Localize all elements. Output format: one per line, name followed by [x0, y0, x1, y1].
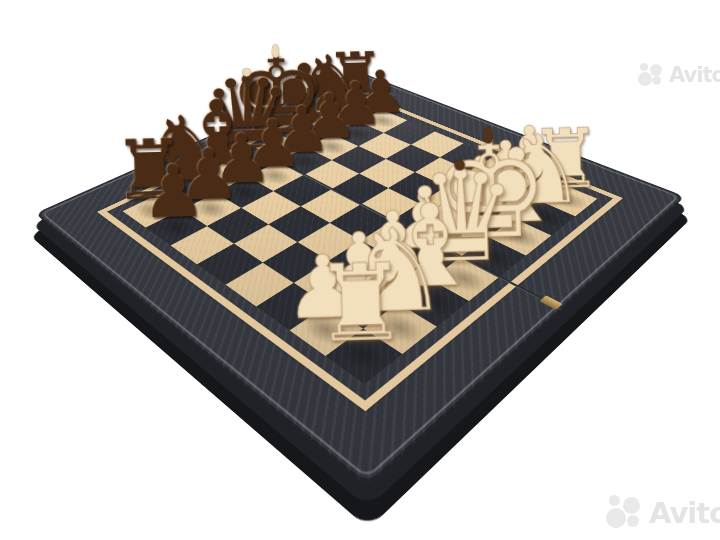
- queen-finial: [242, 68, 251, 77]
- avito-logo-icon: [638, 62, 664, 88]
- piece-billboard: ♟: [100, 154, 247, 230]
- watermark-bottom-right: Avito: [606, 494, 720, 532]
- watermark-top-right: Avito: [638, 62, 720, 88]
- avito-wordmark: Avito: [669, 63, 720, 87]
- piece-billboard: ♜: [269, 248, 453, 359]
- piece-glyph: ♟: [140, 155, 207, 229]
- pieces-layer: ♜♟♟♜♞♟♟♞♝♟♟♝♚♟♟♚♛♟♟♛♝♟♟♝♞♟♟♞♜♟♟♜: [122, 100, 597, 385]
- king-finial: [484, 126, 494, 143]
- board-scene: ♜♟♟♜♞♟♟♞♝♟♟♝♚♟♟♚♛♟♟♛♝♟♟♝♞♟♟♞♜♟♟♜: [124, 0, 596, 441]
- queen-finial: [454, 160, 465, 171]
- avito-logo-icon: [606, 494, 644, 532]
- chess-board: ♜♟♟♜♞♟♟♞♝♟♟♝♚♟♟♚♛♟♟♛♝♟♟♝♞♟♟♞♜♟♟♜: [35, 71, 685, 487]
- piece-glyph: ♜: [312, 249, 410, 358]
- board-surface: ♜♟♟♜♞♟♟♞♝♟♟♝♚♟♟♚♛♟♟♛♝♟♟♝♞♟♟♞♜♟♟♜: [35, 71, 685, 487]
- avito-wordmark: Avito: [649, 496, 720, 530]
- chess-set-photo: ♜♟♟♜♞♟♟♞♝♟♟♝♚♟♟♚♛♟♟♛♝♟♟♝♞♟♟♞♜♟♟♜ Avito A…: [0, 0, 720, 540]
